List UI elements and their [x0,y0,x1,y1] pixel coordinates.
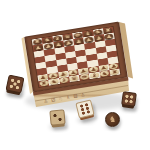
white-rook-piece: ♜ [110,69,120,76]
white-bishop-piece: ♝ [90,72,100,79]
white-knight-piece: ♞ [100,71,110,78]
white-queen-piece: ♛ [69,75,79,82]
product-photo-wooden-chess-set: ♙ ⚂ ♘ ♗ ⚄ ♙ ♜♞♝♛♚♝♞♜♟♟♟♟♟♟♟♟♟♟♟♟♟♟♟♟♜♞♝♛… [0,0,150,150]
spare-piece-token: ♞ [105,112,120,127]
square-h1: ♜ [109,68,120,76]
white-rook-piece: ♜ [39,80,49,87]
white-king-piece: ♚ [80,74,90,81]
chess-board: ♜♞♝♛♚♝♞♜♟♟♟♟♟♟♟♟♟♟♟♟♟♟♟♟♜♞♝♛♚♝♞♜ [32,27,121,87]
light-die-front [49,109,65,125]
dark-die-right [121,91,137,107]
white-knight-piece: ♞ [49,79,59,86]
white-bishop-piece: ♝ [59,77,69,84]
dark-die-left [6,75,25,94]
